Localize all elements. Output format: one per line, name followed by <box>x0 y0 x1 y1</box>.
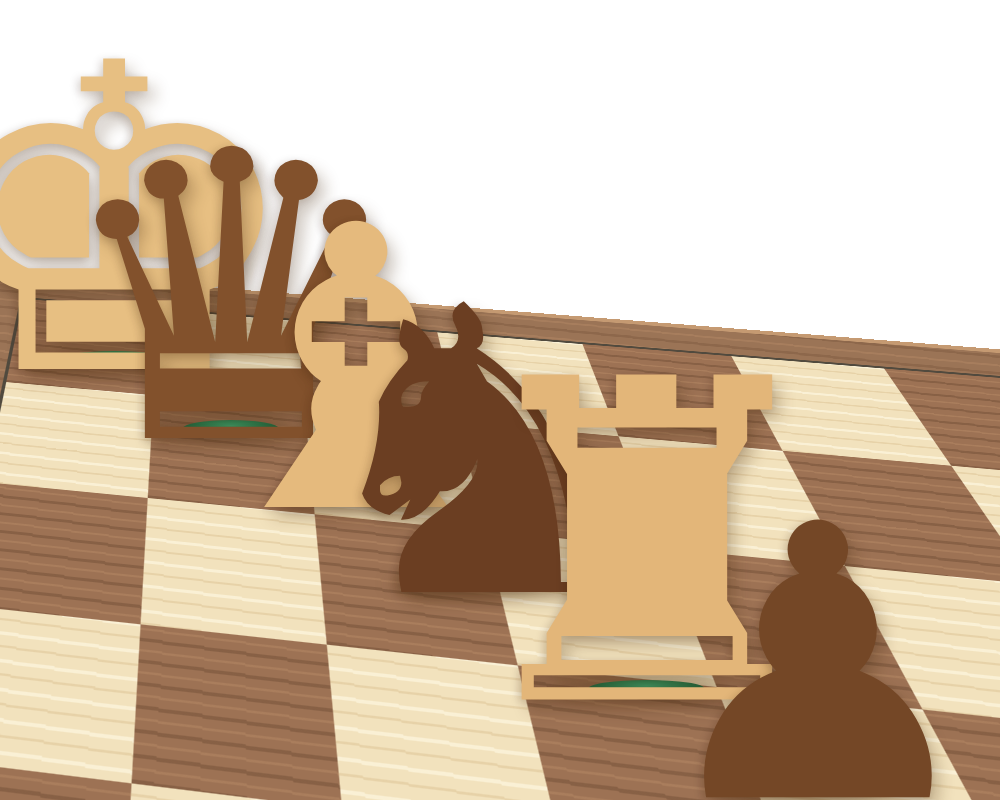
pawn-glyph: ♟ <box>648 476 989 800</box>
photo-canvas: ♚♛♝♞♜♟ <box>0 0 1000 800</box>
square <box>0 605 140 784</box>
pawn-piece: ♟ <box>648 476 989 791</box>
